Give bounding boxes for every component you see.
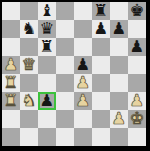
- piece-black-queen-c7[interactable]: ♛: [40, 20, 55, 38]
- square-b1[interactable]: [20, 128, 38, 146]
- square-a6[interactable]: [2, 38, 20, 56]
- piece-black-pawn-e5[interactable]: ♟: [76, 56, 91, 74]
- square-d5[interactable]: [56, 56, 74, 74]
- square-c5[interactable]: [38, 56, 56, 74]
- piece-white-queen-b5[interactable]: ♛: [22, 56, 37, 74]
- piece-black-bishop-c8[interactable]: ♝: [40, 2, 55, 20]
- square-b7[interactable]: ♞: [20, 20, 38, 38]
- square-g5[interactable]: [110, 56, 128, 74]
- square-f5[interactable]: [92, 56, 110, 74]
- square-c4[interactable]: [38, 74, 56, 92]
- square-e3[interactable]: ♟: [74, 92, 92, 110]
- square-e4[interactable]: ♟: [74, 74, 92, 92]
- piece-white-pawn-a5[interactable]: ♟: [4, 56, 19, 74]
- square-a5[interactable]: ♟: [2, 56, 20, 74]
- piece-black-pawn-h6[interactable]: ♟: [130, 38, 145, 56]
- square-d8[interactable]: [56, 2, 74, 20]
- square-b8[interactable]: [20, 2, 38, 20]
- square-h2[interactable]: ♚: [128, 110, 146, 128]
- square-g6[interactable]: [110, 38, 128, 56]
- square-d3[interactable]: [56, 92, 74, 110]
- piece-white-king-h2[interactable]: ♚: [130, 110, 145, 128]
- square-b3[interactable]: ♞: [20, 92, 38, 110]
- square-c3[interactable]: ♟: [38, 92, 56, 110]
- square-c8[interactable]: ♝: [38, 2, 56, 20]
- piece-white-pawn-e4[interactable]: ♟: [76, 74, 91, 92]
- square-f3[interactable]: [92, 92, 110, 110]
- square-b4[interactable]: [20, 74, 38, 92]
- square-c6[interactable]: ♜: [38, 38, 56, 56]
- square-b5[interactable]: ♛: [20, 56, 38, 74]
- square-f8[interactable]: ♜: [92, 2, 110, 20]
- square-d1[interactable]: [56, 128, 74, 146]
- piece-white-pawn-e3[interactable]: ♟: [76, 92, 91, 110]
- piece-black-rook-f8[interactable]: ♜: [94, 2, 109, 20]
- square-h4[interactable]: [128, 74, 146, 92]
- piece-black-king-h8[interactable]: ♚: [130, 2, 145, 20]
- square-f4[interactable]: [92, 74, 110, 92]
- square-a2[interactable]: [2, 110, 20, 128]
- square-e7[interactable]: [74, 20, 92, 38]
- square-g8[interactable]: [110, 2, 128, 20]
- square-h8[interactable]: ♚: [128, 2, 146, 20]
- piece-black-pawn-f7[interactable]: ♟: [94, 20, 109, 38]
- square-e6[interactable]: [74, 38, 92, 56]
- square-d7[interactable]: [56, 20, 74, 38]
- square-a7[interactable]: [2, 20, 20, 38]
- square-d2[interactable]: [56, 110, 74, 128]
- square-b6[interactable]: [20, 38, 38, 56]
- square-e1[interactable]: [74, 128, 92, 146]
- chess-board: ♝♜♚♞♛♟♟♜♟♟♛♟♜♟♜♞♟♟♟♟♚: [2, 2, 146, 146]
- square-e5[interactable]: ♟: [74, 56, 92, 74]
- square-a3[interactable]: ♜: [2, 92, 20, 110]
- square-a8[interactable]: [2, 2, 20, 20]
- square-h6[interactable]: ♟: [128, 38, 146, 56]
- square-g3[interactable]: [110, 92, 128, 110]
- square-a4[interactable]: ♜: [2, 74, 20, 92]
- square-c1[interactable]: [38, 128, 56, 146]
- square-h1[interactable]: [128, 128, 146, 146]
- square-g2[interactable]: ♟: [110, 110, 128, 128]
- square-e8[interactable]: [74, 2, 92, 20]
- square-b2[interactable]: [20, 110, 38, 128]
- square-e2[interactable]: [74, 110, 92, 128]
- piece-white-rook-a3[interactable]: ♜: [4, 92, 19, 110]
- square-f1[interactable]: [92, 128, 110, 146]
- square-c7[interactable]: ♛: [38, 20, 56, 38]
- square-h3[interactable]: ♟: [128, 92, 146, 110]
- square-d4[interactable]: [56, 74, 74, 92]
- square-h7[interactable]: [128, 20, 146, 38]
- square-h5[interactable]: [128, 56, 146, 74]
- square-g1[interactable]: [110, 128, 128, 146]
- square-f2[interactable]: [92, 110, 110, 128]
- square-f7[interactable]: ♟: [92, 20, 110, 38]
- piece-white-rook-a4[interactable]: ♜: [4, 74, 19, 92]
- piece-white-pawn-h3[interactable]: ♟: [130, 92, 145, 110]
- piece-white-knight-b3[interactable]: ♞: [22, 92, 37, 110]
- piece-black-pawn-g7[interactable]: ♟: [112, 20, 127, 38]
- square-d6[interactable]: [56, 38, 74, 56]
- piece-black-pawn-c3[interactable]: ♟: [40, 92, 55, 110]
- square-a1[interactable]: [2, 128, 20, 146]
- board-frame: ♝♜♚♞♛♟♟♜♟♟♛♟♜♟♜♞♟♟♟♟♚: [0, 0, 150, 151]
- square-g4[interactable]: [110, 74, 128, 92]
- square-c2[interactable]: [38, 110, 56, 128]
- piece-black-knight-b7[interactable]: ♞: [22, 20, 37, 38]
- square-f6[interactable]: [92, 38, 110, 56]
- square-g7[interactable]: ♟: [110, 20, 128, 38]
- piece-white-pawn-g2[interactable]: ♟: [112, 110, 127, 128]
- piece-black-rook-c6[interactable]: ♜: [40, 38, 55, 56]
